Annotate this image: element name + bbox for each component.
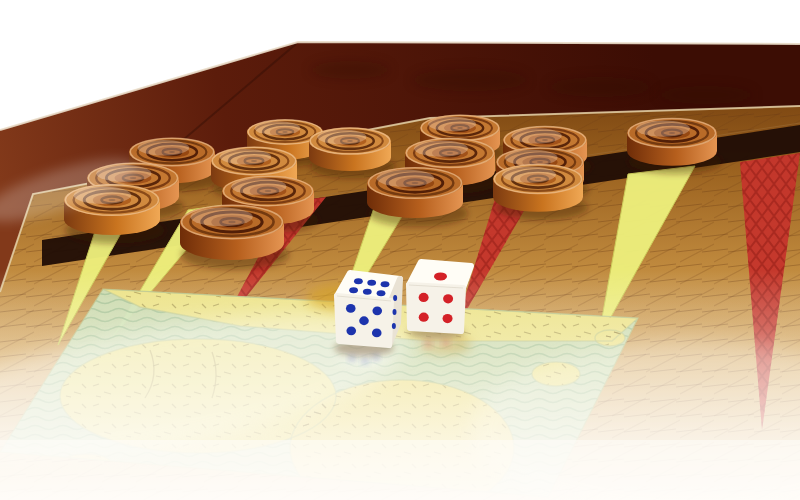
die-blue-pip — [349, 287, 358, 293]
die-blue-pip — [367, 280, 376, 286]
photo-backgammon-scene — [0, 0, 800, 500]
die-blue-pip — [381, 281, 390, 287]
scene-svg — [0, 0, 800, 500]
checker[interactable] — [627, 118, 722, 174]
die-blue-pip — [393, 295, 397, 301]
die-blue-pip — [372, 329, 382, 338]
checker[interactable] — [367, 167, 468, 227]
die-blue-pip — [372, 306, 382, 315]
die-red-pip — [419, 313, 429, 322]
die-red-pip — [443, 294, 453, 303]
die-red-pip — [434, 272, 447, 280]
die-blue-pip — [363, 289, 372, 295]
checker[interactable] — [309, 127, 396, 178]
die-blue-pip — [393, 309, 397, 315]
die-red-pip — [419, 293, 429, 302]
die-blue-pip — [392, 323, 396, 329]
die-blue-pip — [377, 290, 386, 296]
die-blue-pip — [354, 278, 363, 284]
die-blue[interactable] — [334, 273, 400, 356]
foreground-wash — [0, 440, 800, 500]
die-blue-pip — [359, 316, 369, 325]
die-blue-pip — [346, 304, 356, 313]
die-red[interactable] — [408, 262, 471, 339]
die-red-pip — [443, 314, 453, 323]
checker[interactable] — [493, 164, 588, 220]
die-blue-pip — [346, 326, 356, 335]
checker[interactable] — [180, 205, 289, 270]
die-red-front-face — [409, 285, 463, 331]
